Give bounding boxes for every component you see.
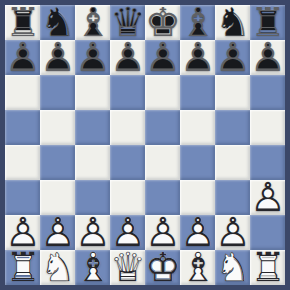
square-e5[interactable] (145, 110, 180, 145)
square-f4[interactable] (180, 145, 215, 180)
square-f5[interactable] (180, 110, 215, 145)
piece-white-rook[interactable]: ♜ (250, 250, 285, 285)
square-d5[interactable] (110, 110, 145, 145)
piece-white-knight[interactable]: ♞ (215, 250, 250, 285)
square-c1[interactable]: ♝ (75, 250, 110, 285)
square-f1[interactable]: ♝ (180, 250, 215, 285)
square-a7[interactable]: ♟ (5, 40, 40, 75)
square-h7[interactable]: ♟ (250, 40, 285, 75)
piece-white-knight[interactable]: ♞ (40, 250, 75, 285)
square-g7[interactable]: ♟ (215, 40, 250, 75)
square-g6[interactable] (215, 75, 250, 110)
square-e4[interactable] (145, 145, 180, 180)
square-d1[interactable]: ♛ (110, 250, 145, 285)
piece-white-king[interactable]: ♚ (145, 250, 180, 285)
piece-white-bishop[interactable]: ♝ (180, 250, 215, 285)
square-b4[interactable] (40, 145, 75, 180)
piece-black-pawn[interactable]: ♟ (110, 40, 145, 75)
square-c7[interactable]: ♟ (75, 40, 110, 75)
piece-black-pawn[interactable]: ♟ (145, 40, 180, 75)
square-d6[interactable] (110, 75, 145, 110)
square-d4[interactable] (110, 145, 145, 180)
chess-board: ♜♞♝♛♚♝♞♜♟♟♟♟♟♟♟♟♟♟♟♟♟♟♟♟♜♞♝♛♚♝♞♜ (5, 5, 285, 285)
square-b6[interactable] (40, 75, 75, 110)
piece-black-pawn[interactable]: ♟ (5, 40, 40, 75)
piece-black-pawn[interactable]: ♟ (215, 40, 250, 75)
square-b5[interactable] (40, 110, 75, 145)
chess-app-window: ♜♞♝♛♚♝♞♜♟♟♟♟♟♟♟♟♟♟♟♟♟♟♟♟♜♞♝♛♚♝♞♜ (0, 0, 290, 290)
square-h3[interactable]: ♟ (250, 180, 285, 215)
square-h5[interactable] (250, 110, 285, 145)
piece-black-pawn[interactable]: ♟ (180, 40, 215, 75)
square-e7[interactable]: ♟ (145, 40, 180, 75)
square-f7[interactable]: ♟ (180, 40, 215, 75)
square-a5[interactable] (5, 110, 40, 145)
square-a6[interactable] (5, 75, 40, 110)
square-c4[interactable] (75, 145, 110, 180)
piece-black-pawn[interactable]: ♟ (40, 40, 75, 75)
square-h6[interactable] (250, 75, 285, 110)
square-g5[interactable] (215, 110, 250, 145)
square-a4[interactable] (5, 145, 40, 180)
square-g1[interactable]: ♞ (215, 250, 250, 285)
square-c5[interactable] (75, 110, 110, 145)
square-g4[interactable] (215, 145, 250, 180)
square-b7[interactable]: ♟ (40, 40, 75, 75)
piece-black-pawn[interactable]: ♟ (75, 40, 110, 75)
piece-black-pawn[interactable]: ♟ (250, 40, 285, 75)
piece-white-pawn[interactable]: ♟ (250, 180, 285, 215)
board-frame: ♜♞♝♛♚♝♞♜♟♟♟♟♟♟♟♟♟♟♟♟♟♟♟♟♜♞♝♛♚♝♞♜ (0, 0, 290, 290)
piece-white-queen[interactable]: ♛ (110, 250, 145, 285)
piece-white-bishop[interactable]: ♝ (75, 250, 110, 285)
square-e6[interactable] (145, 75, 180, 110)
square-h1[interactable]: ♜ (250, 250, 285, 285)
square-f6[interactable] (180, 75, 215, 110)
square-e1[interactable]: ♚ (145, 250, 180, 285)
square-a1[interactable]: ♜ (5, 250, 40, 285)
square-b1[interactable]: ♞ (40, 250, 75, 285)
square-c6[interactable] (75, 75, 110, 110)
piece-white-rook[interactable]: ♜ (5, 250, 40, 285)
square-d7[interactable]: ♟ (110, 40, 145, 75)
